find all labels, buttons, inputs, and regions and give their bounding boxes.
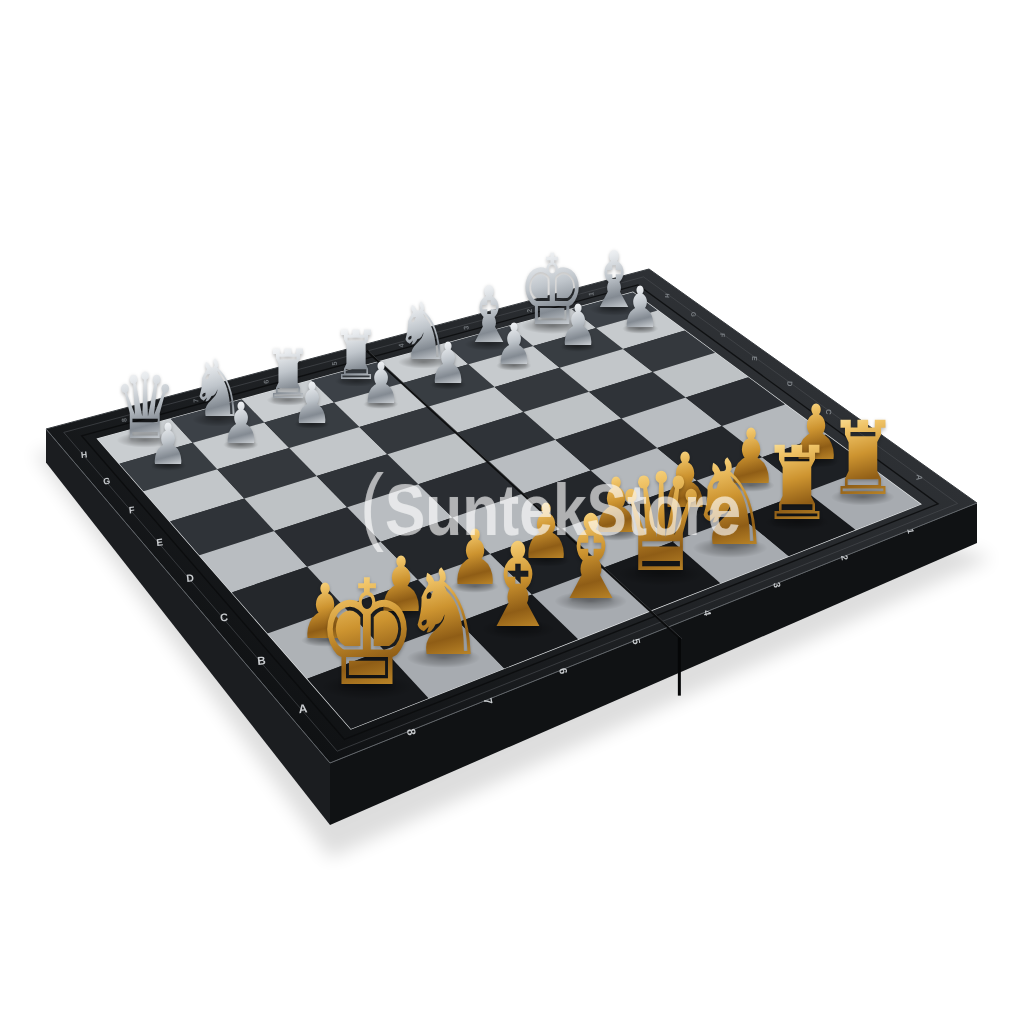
row-label-right-D: D — [785, 381, 794, 387]
piece-silver-pawn[interactable]: ♟ — [148, 416, 188, 473]
row-label-left-G: G — [103, 476, 111, 487]
row-label-left-C: C — [220, 611, 229, 624]
piece-silver-pawn[interactable]: ♟ — [558, 297, 598, 354]
row-label-left-B: B — [257, 654, 267, 667]
row-label-left-H: H — [80, 449, 87, 460]
product-photo-scene: AABBCCDDEEFFGGHH8877665544332211 ♛♞♜♜♞♝♚… — [0, 0, 1024, 1024]
piece-gold-rook[interactable]: ♜ — [762, 433, 833, 535]
piece-gold-bishop[interactable]: ♝ — [550, 500, 632, 617]
piece-gold-bishop[interactable]: ♝ — [477, 527, 559, 644]
piece-silver-pawn[interactable]: ♟ — [221, 395, 261, 452]
piece-gold-rook[interactable]: ♜ — [827, 408, 898, 510]
piece-silver-pawn[interactable]: ♟ — [292, 374, 332, 431]
piece-silver-pawn[interactable]: ♟ — [494, 316, 534, 373]
row-label-left-A: A — [298, 701, 308, 716]
row-label-right-A: A — [914, 474, 924, 481]
row-label-right-F: F — [719, 333, 726, 338]
piece-silver-pawn[interactable]: ♟ — [620, 279, 660, 336]
piece-silver-pawn[interactable]: ♟ — [361, 354, 401, 411]
piece-gold-king[interactable]: ♚ — [316, 560, 418, 706]
row-label-right-E: E — [751, 356, 758, 361]
row-label-right-G: G — [690, 312, 697, 317]
piece-silver-pawn[interactable]: ♟ — [428, 335, 468, 392]
row-label-right-H: H — [664, 293, 671, 298]
